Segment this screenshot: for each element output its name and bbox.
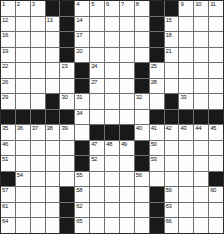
cell-r5c4[interactable] — [46, 63, 60, 78]
cell-r3c7[interactable] — [90, 32, 104, 47]
cell-r5c15[interactable] — [209, 63, 223, 78]
cell-r3c10[interactable] — [135, 32, 149, 47]
black-cell-r9c8 — [105, 125, 119, 140]
black-cell-r8c13 — [179, 110, 193, 125]
clue-number-8: 8 — [136, 1, 139, 8]
black-cell-r1c4 — [46, 1, 60, 16]
black-cell-r8c4 — [46, 110, 60, 125]
cell-r1c10[interactable]: 8 — [135, 1, 149, 16]
black-cell-r3c11 — [150, 32, 164, 47]
cell-r6c14[interactable] — [194, 79, 208, 94]
cell-r6c5[interactable] — [60, 79, 74, 94]
cell-r13c2[interactable] — [16, 187, 30, 202]
cell-r10c7[interactable]: 47 — [90, 141, 104, 156]
clue-number-15: 15 — [166, 17, 172, 24]
clue-number-20: 20 — [76, 48, 82, 55]
cell-r4c13[interactable] — [179, 48, 193, 63]
cell-r14c4[interactable] — [46, 203, 60, 218]
clue-number-29: 29 — [2, 94, 8, 101]
black-cell-r8c15 — [209, 110, 223, 125]
cell-r6c8[interactable] — [105, 79, 119, 94]
clue-number-7: 7 — [121, 1, 124, 8]
black-cell-r11c6 — [75, 156, 89, 171]
clue-number-1: 1 — [2, 1, 5, 8]
black-cell-r8c11 — [150, 110, 164, 125]
cell-r9c3[interactable]: 37 — [31, 125, 45, 140]
cell-r5c1[interactable]: 22 — [1, 63, 15, 78]
cell-r1c9[interactable]: 7 — [120, 1, 134, 16]
cell-r14c13[interactable] — [179, 203, 193, 218]
cell-r13c14[interactable] — [194, 187, 208, 202]
cell-r15c13[interactable] — [179, 218, 193, 233]
clue-number-23: 23 — [61, 63, 67, 70]
clue-number-37: 37 — [32, 125, 38, 132]
black-cell-r5c10 — [135, 63, 149, 78]
cell-r13c1[interactable]: 57 — [1, 187, 15, 202]
cell-r13c3[interactable] — [31, 187, 45, 202]
cell-r10c5[interactable] — [60, 141, 74, 156]
cell-r13c6[interactable]: 58 — [75, 187, 89, 202]
cell-r10c4[interactable] — [46, 141, 60, 156]
cell-r3c8[interactable] — [105, 32, 119, 47]
cell-r15c6[interactable]: 65 — [75, 218, 89, 233]
cell-r2c4[interactable]: 13 — [46, 17, 60, 32]
crossword-grid: 1234567891011121314151617181920212223242… — [0, 0, 224, 234]
clue-number-11: 11 — [210, 1, 215, 8]
black-cell-r8c3 — [31, 110, 45, 125]
clue-number-19: 19 — [2, 48, 8, 55]
cell-r12c2[interactable]: 54 — [16, 172, 30, 187]
cell-r12c13[interactable] — [179, 172, 193, 187]
black-cell-r12c15 — [209, 172, 223, 187]
cell-r7c9[interactable] — [120, 94, 134, 109]
black-cell-r2c11 — [150, 17, 164, 32]
black-cell-r2c5 — [60, 17, 74, 32]
cell-r2c12[interactable]: 15 — [165, 17, 179, 32]
cell-r5c14[interactable] — [194, 63, 208, 78]
cell-r7c1[interactable]: 29 — [1, 94, 15, 109]
cell-r13c12[interactable]: 59 — [165, 187, 179, 202]
cell-r6c1[interactable]: 26 — [1, 79, 15, 94]
cell-r15c7[interactable] — [90, 218, 104, 233]
cell-r10c11[interactable]: 50 — [150, 141, 164, 156]
cell-r9c6[interactable] — [75, 125, 89, 140]
clue-number-39: 39 — [61, 125, 67, 132]
clue-number-12: 12 — [2, 17, 8, 24]
cell-r13c8[interactable] — [105, 187, 119, 202]
black-cell-r12c1 — [1, 172, 15, 187]
clue-number-40: 40 — [136, 125, 142, 132]
black-cell-r11c10 — [135, 156, 149, 171]
cell-r6c11[interactable]: 28 — [150, 79, 164, 94]
clue-number-16: 16 — [2, 32, 8, 39]
cell-r11c9[interactable] — [120, 156, 134, 171]
cell-r7c11[interactable] — [150, 94, 164, 109]
cell-r10c2[interactable] — [16, 141, 30, 156]
clue-number-46: 46 — [2, 141, 8, 148]
cell-r15c8[interactable] — [105, 218, 119, 233]
cell-r2c15[interactable] — [209, 17, 223, 32]
cell-r3c13[interactable] — [179, 32, 193, 47]
cell-r3c6[interactable]: 17 — [75, 32, 89, 47]
clue-number-35: 35 — [2, 125, 8, 132]
black-cell-r8c5 — [60, 110, 74, 125]
cell-r12c3[interactable] — [31, 172, 45, 187]
cell-r2c6[interactable]: 14 — [75, 17, 89, 32]
cell-r2c7[interactable] — [90, 17, 104, 32]
cell-r1c14[interactable]: 10 — [194, 1, 208, 16]
cell-r9c11[interactable]: 41 — [150, 125, 164, 140]
black-cell-r7c12 — [165, 94, 179, 109]
cell-r12c4[interactable] — [46, 172, 60, 187]
black-cell-r15c11 — [150, 218, 164, 233]
clue-number-50: 50 — [151, 141, 157, 148]
cell-r2c13[interactable] — [179, 17, 193, 32]
cell-r8c6[interactable]: 34 — [75, 110, 89, 125]
cell-r9c12[interactable]: 42 — [165, 125, 179, 140]
clue-number-61: 61 — [2, 203, 8, 210]
cell-r11c7[interactable]: 52 — [90, 156, 104, 171]
clue-number-66: 66 — [166, 218, 172, 225]
clue-number-3: 3 — [32, 1, 35, 8]
black-cell-r3c5 — [60, 32, 74, 47]
crossword-puzzle: 1234567891011121314151617181920212223242… — [0, 0, 224, 234]
cell-r3c14[interactable] — [194, 32, 208, 47]
cell-r5c5[interactable]: 23 — [60, 63, 74, 78]
cell-r4c2[interactable] — [16, 48, 30, 63]
cell-r12c14[interactable] — [194, 172, 208, 187]
clue-number-44: 44 — [195, 125, 201, 132]
clue-number-38: 38 — [47, 125, 53, 132]
black-cell-r7c4 — [46, 94, 60, 109]
cell-r7c5[interactable]: 30 — [60, 94, 74, 109]
cell-r9c2[interactable]: 36 — [16, 125, 30, 140]
cell-r3c1[interactable]: 16 — [1, 32, 15, 47]
clue-number-25: 25 — [151, 63, 157, 70]
clue-number-21: 21 — [166, 48, 172, 55]
cell-r10c12[interactable] — [165, 141, 179, 156]
cell-r1c1[interactable]: 1 — [1, 1, 15, 16]
cell-r14c15[interactable] — [209, 203, 223, 218]
cell-r14c2[interactable] — [16, 203, 30, 218]
clue-number-28: 28 — [151, 79, 157, 86]
cell-r10c15[interactable] — [209, 141, 223, 156]
cell-r11c5[interactable] — [60, 156, 74, 171]
black-cell-r1c5 — [60, 1, 74, 16]
clue-number-48: 48 — [106, 141, 112, 148]
clue-number-59: 59 — [166, 187, 172, 194]
cell-r4c1[interactable]: 19 — [1, 48, 15, 63]
black-cell-r15c5 — [60, 218, 74, 233]
cell-r11c14[interactable] — [194, 156, 208, 171]
clue-number-51: 51 — [2, 156, 8, 163]
cell-r2c8[interactable] — [105, 17, 119, 32]
cell-r2c14[interactable] — [194, 17, 208, 32]
cell-r6c12[interactable] — [165, 79, 179, 94]
cell-r10c8[interactable]: 48 — [105, 141, 119, 156]
black-cell-r6c6 — [75, 79, 89, 94]
cell-r6c2[interactable] — [16, 79, 30, 94]
clue-number-49: 49 — [121, 141, 127, 148]
clue-number-43: 43 — [180, 125, 186, 132]
cell-r13c7[interactable] — [90, 187, 104, 202]
clue-number-14: 14 — [76, 17, 82, 24]
cell-r6c15[interactable] — [209, 79, 223, 94]
cell-r3c2[interactable] — [16, 32, 30, 47]
cell-r13c13[interactable] — [179, 187, 193, 202]
cell-r12c11[interactable] — [150, 172, 164, 187]
clue-number-55: 55 — [76, 172, 82, 179]
clue-number-58: 58 — [76, 187, 82, 194]
black-cell-r4c5 — [60, 48, 74, 63]
cell-r12c8[interactable] — [105, 172, 119, 187]
cell-r1c13[interactable]: 9 — [179, 1, 193, 16]
cell-r5c13[interactable] — [179, 63, 193, 78]
cell-r4c6[interactable]: 20 — [75, 48, 89, 63]
cell-r9c15[interactable]: 45 — [209, 125, 223, 140]
cell-r11c3[interactable] — [31, 156, 45, 171]
cell-r10c13[interactable] — [179, 141, 193, 156]
cell-r11c13[interactable] — [179, 156, 193, 171]
cell-r5c12[interactable] — [165, 63, 179, 78]
clue-number-10: 10 — [195, 1, 201, 8]
cell-r7c3[interactable] — [31, 94, 45, 109]
cell-r11c4[interactable] — [46, 156, 60, 171]
black-cell-r8c14 — [194, 110, 208, 125]
cell-r7c15[interactable] — [209, 94, 223, 109]
cell-r1c8[interactable]: 6 — [105, 1, 119, 16]
cell-r2c1[interactable]: 12 — [1, 17, 15, 32]
cell-r11c12[interactable] — [165, 156, 179, 171]
cell-r8c7[interactable] — [90, 110, 104, 125]
clue-number-47: 47 — [91, 141, 97, 148]
black-cell-r9c9 — [120, 125, 134, 140]
clue-number-6: 6 — [106, 1, 109, 8]
cell-r5c7[interactable]: 24 — [90, 63, 104, 78]
cell-r2c2[interactable] — [16, 17, 30, 32]
cell-r15c1[interactable]: 64 — [1, 218, 15, 233]
cell-r8c10[interactable] — [135, 110, 149, 125]
cell-r11c1[interactable]: 51 — [1, 156, 15, 171]
cell-r2c9[interactable] — [120, 17, 134, 32]
clue-number-24: 24 — [91, 63, 97, 70]
cell-r7c8[interactable] — [105, 94, 119, 109]
clue-number-63: 63 — [166, 203, 172, 210]
cell-r14c3[interactable] — [31, 203, 45, 218]
cell-r15c15[interactable] — [209, 218, 223, 233]
cell-r9c10[interactable]: 40 — [135, 125, 149, 140]
clue-number-57: 57 — [2, 187, 8, 194]
clue-number-32: 32 — [136, 94, 142, 101]
clue-number-30: 30 — [61, 94, 67, 101]
cell-r9c1[interactable]: 35 — [1, 125, 15, 140]
black-cell-r8c12 — [165, 110, 179, 125]
clue-number-17: 17 — [76, 32, 82, 39]
cell-r4c4[interactable] — [46, 48, 60, 63]
black-cell-r10c10 — [135, 141, 149, 156]
cell-r1c3[interactable]: 3 — [31, 1, 45, 16]
clue-number-2: 2 — [17, 1, 20, 8]
cell-r4c12[interactable]: 21 — [165, 48, 179, 63]
cell-r14c10[interactable] — [135, 203, 149, 218]
cell-r14c1[interactable]: 61 — [1, 203, 15, 218]
cell-r7c13[interactable]: 33 — [179, 94, 193, 109]
clue-number-52: 52 — [91, 156, 97, 163]
cell-r6c3[interactable] — [31, 79, 45, 94]
cell-r10c9[interactable]: 49 — [120, 141, 134, 156]
clue-number-13: 13 — [47, 17, 53, 24]
cell-r3c3[interactable] — [31, 32, 45, 47]
cell-r8c8[interactable] — [105, 110, 119, 125]
cell-r14c9[interactable] — [120, 203, 134, 218]
clue-number-27: 27 — [91, 79, 97, 86]
black-cell-r1c11 — [150, 1, 164, 16]
clue-number-64: 64 — [2, 218, 8, 225]
cell-r6c13[interactable] — [179, 79, 193, 94]
clue-number-54: 54 — [17, 172, 23, 179]
cell-r14c14[interactable] — [194, 203, 208, 218]
cell-r9c5[interactable]: 39 — [60, 125, 74, 140]
cell-r7c2[interactable] — [16, 94, 30, 109]
cell-r5c9[interactable] — [120, 63, 134, 78]
cell-r4c15[interactable] — [209, 48, 223, 63]
cell-r13c4[interactable] — [46, 187, 60, 202]
cell-r5c2[interactable] — [16, 63, 30, 78]
cell-r9c13[interactable]: 43 — [179, 125, 193, 140]
cell-r4c7[interactable] — [90, 48, 104, 63]
cell-r11c15[interactable] — [209, 156, 223, 171]
cell-r10c3[interactable] — [31, 141, 45, 156]
cell-r4c3[interactable] — [31, 48, 45, 63]
cell-r3c12[interactable]: 18 — [165, 32, 179, 47]
cell-r15c2[interactable] — [16, 218, 30, 233]
cell-r4c10[interactable] — [135, 48, 149, 63]
cell-r1c7[interactable]: 5 — [90, 1, 104, 16]
clue-number-65: 65 — [76, 218, 82, 225]
black-cell-r13c5 — [60, 187, 74, 202]
clue-number-31: 31 — [76, 94, 82, 101]
clue-number-60: 60 — [210, 187, 216, 194]
clue-number-9: 9 — [180, 1, 183, 8]
cell-r14c6[interactable]: 62 — [75, 203, 89, 218]
cell-r10c1[interactable]: 46 — [1, 141, 15, 156]
black-cell-r9c7 — [90, 125, 104, 140]
cell-r15c10[interactable] — [135, 218, 149, 233]
black-cell-r10c6 — [75, 141, 89, 156]
cell-r6c7[interactable]: 27 — [90, 79, 104, 94]
cell-r15c3[interactable] — [31, 218, 45, 233]
cell-r8c9[interactable] — [120, 110, 134, 125]
cell-r12c7[interactable] — [90, 172, 104, 187]
cell-r5c11[interactable]: 25 — [150, 63, 164, 78]
cell-r4c9[interactable] — [120, 48, 134, 63]
black-cell-r14c11 — [150, 203, 164, 218]
cell-r7c10[interactable]: 32 — [135, 94, 149, 109]
cell-r1c15[interactable]: 11 — [209, 1, 223, 16]
black-cell-r5c6 — [75, 63, 89, 78]
black-cell-r13c11 — [150, 187, 164, 202]
cell-r6c4[interactable] — [46, 79, 60, 94]
cell-r7c14[interactable] — [194, 94, 208, 109]
cell-r2c3[interactable] — [31, 17, 45, 32]
cell-r13c10[interactable] — [135, 187, 149, 202]
cell-r14c12[interactable]: 63 — [165, 203, 179, 218]
clue-number-22: 22 — [2, 63, 8, 70]
cell-r9c14[interactable]: 44 — [194, 125, 208, 140]
black-cell-r4c11 — [150, 48, 164, 63]
cell-r7c6[interactable]: 31 — [75, 94, 89, 109]
cell-r12c12[interactable] — [165, 172, 179, 187]
cell-r13c9[interactable] — [120, 187, 134, 202]
black-cell-r14c5 — [60, 203, 74, 218]
cell-r4c14[interactable] — [194, 48, 208, 63]
cell-r2c10[interactable] — [135, 17, 149, 32]
cell-r3c9[interactable] — [120, 32, 134, 47]
cell-r12c6[interactable]: 55 — [75, 172, 89, 187]
clue-number-41: 41 — [151, 125, 157, 132]
clue-number-33: 33 — [180, 94, 186, 101]
clue-number-18: 18 — [166, 32, 172, 39]
cell-r1c2[interactable]: 2 — [16, 1, 30, 16]
cell-r15c9[interactable] — [120, 218, 134, 233]
cell-r11c8[interactable] — [105, 156, 119, 171]
cell-r12c9[interactable] — [120, 172, 134, 187]
clue-number-26: 26 — [2, 79, 8, 86]
cell-r10c14[interactable] — [194, 141, 208, 156]
black-cell-r1c12 — [165, 1, 179, 16]
cell-r15c14[interactable] — [194, 218, 208, 233]
clue-number-53: 53 — [151, 156, 157, 163]
cell-r6c9[interactable] — [120, 79, 134, 94]
cell-r11c11[interactable]: 53 — [150, 156, 164, 171]
cell-r9c4[interactable]: 38 — [46, 125, 60, 140]
cell-r1c6[interactable]: 4 — [75, 1, 89, 16]
cell-r12c10[interactable]: 56 — [135, 172, 149, 187]
clue-number-42: 42 — [166, 125, 172, 132]
clue-number-36: 36 — [17, 125, 23, 132]
cell-r12c5[interactable] — [60, 172, 74, 187]
cell-r3c4[interactable] — [46, 32, 60, 47]
cell-r5c8[interactable] — [105, 63, 119, 78]
clue-number-34: 34 — [76, 110, 82, 117]
cell-r14c8[interactable] — [105, 203, 119, 218]
clue-number-5: 5 — [91, 1, 94, 8]
clue-number-62: 62 — [76, 203, 82, 210]
cell-r15c12[interactable]: 66 — [165, 218, 179, 233]
cell-r11c2[interactable] — [16, 156, 30, 171]
clue-number-45: 45 — [210, 125, 216, 132]
cell-r13c15[interactable]: 60 — [209, 187, 223, 202]
cell-r7c7[interactable] — [90, 94, 104, 109]
cell-r5c3[interactable] — [31, 63, 45, 78]
black-cell-r8c2 — [16, 110, 30, 125]
black-cell-r8c1 — [1, 110, 15, 125]
cell-r4c8[interactable] — [105, 48, 119, 63]
clue-number-56: 56 — [136, 172, 142, 179]
clue-number-4: 4 — [76, 1, 79, 8]
cell-r15c4[interactable] — [46, 218, 60, 233]
cell-r3c15[interactable] — [209, 32, 223, 47]
black-cell-r6c10 — [135, 79, 149, 94]
cell-r14c7[interactable] — [90, 203, 104, 218]
